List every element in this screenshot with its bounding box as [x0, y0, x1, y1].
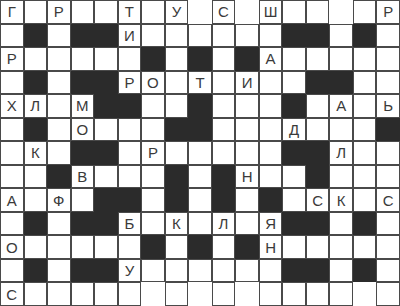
- cell-letter[interactable]: М: [71, 94, 95, 118]
- cell-empty[interactable]: [282, 165, 306, 189]
- cell-letter[interactable]: С: [306, 188, 330, 212]
- cell-letter[interactable]: Н: [259, 235, 283, 259]
- cell-empty[interactable]: [235, 141, 259, 165]
- cell-empty[interactable]: [212, 71, 236, 95]
- cell-empty[interactable]: [329, 282, 353, 306]
- cell-empty[interactable]: [212, 259, 236, 283]
- cell-empty[interactable]: [24, 0, 48, 24]
- cell-letter[interactable]: У: [118, 259, 142, 283]
- cell-black: [282, 24, 306, 48]
- cell-empty[interactable]: [24, 165, 48, 189]
- cell-letter[interactable]: Р: [141, 141, 165, 165]
- cell-empty[interactable]: [47, 141, 71, 165]
- cell-empty[interactable]: [24, 47, 48, 71]
- cell-empty[interactable]: [188, 24, 212, 48]
- cell-black: [94, 141, 118, 165]
- cell-empty[interactable]: [306, 118, 330, 142]
- cell-black: [71, 71, 95, 95]
- cell-empty[interactable]: [47, 235, 71, 259]
- cell-empty[interactable]: [376, 212, 400, 236]
- cell-empty[interactable]: [118, 141, 142, 165]
- cell-outside: [329, 0, 353, 24]
- cell-empty[interactable]: [0, 71, 24, 95]
- cell-empty[interactable]: [0, 259, 24, 283]
- cell-outside: [141, 282, 165, 306]
- cell-empty[interactable]: [282, 47, 306, 71]
- cell-empty[interactable]: [165, 24, 189, 48]
- cell-black: [141, 235, 165, 259]
- cell-letter[interactable]: С: [376, 188, 400, 212]
- cell-empty[interactable]: [165, 94, 189, 118]
- cell-empty[interactable]: [141, 94, 165, 118]
- cell-black: [94, 94, 118, 118]
- cell-outside: [188, 0, 212, 24]
- cell-empty[interactable]: [188, 259, 212, 283]
- cell-letter[interactable]: К: [329, 188, 353, 212]
- cell-black: [306, 259, 330, 283]
- cell-empty[interactable]: [376, 71, 400, 95]
- cell-empty[interactable]: [94, 282, 118, 306]
- cell-empty[interactable]: [0, 24, 24, 48]
- cell-empty[interactable]: [376, 165, 400, 189]
- cell-empty[interactable]: [235, 24, 259, 48]
- cell-empty[interactable]: [259, 71, 283, 95]
- cell-empty[interactable]: [329, 118, 353, 142]
- cell-empty[interactable]: [165, 71, 189, 95]
- cell-empty[interactable]: [118, 165, 142, 189]
- cell-outside: [235, 282, 259, 306]
- cell-black: [24, 118, 48, 142]
- cell-letter[interactable]: Ь: [376, 94, 400, 118]
- cell-empty[interactable]: [282, 71, 306, 95]
- cell-letter[interactable]: А: [329, 94, 353, 118]
- cell-letter[interactable]: Л: [212, 212, 236, 236]
- cell-empty[interactable]: [212, 47, 236, 71]
- cell-empty[interactable]: [165, 235, 189, 259]
- cell-empty[interactable]: [353, 71, 377, 95]
- cell-empty[interactable]: [235, 118, 259, 142]
- cell-empty[interactable]: [282, 235, 306, 259]
- cell-empty[interactable]: [0, 118, 24, 142]
- cell-empty[interactable]: [259, 165, 283, 189]
- cell-empty[interactable]: [0, 165, 24, 189]
- cell-letter[interactable]: К: [165, 212, 189, 236]
- cell-black: [71, 24, 95, 48]
- cell-empty[interactable]: [94, 118, 118, 142]
- cell-letter[interactable]: Р: [376, 0, 400, 24]
- cell-empty[interactable]: [212, 118, 236, 142]
- cell-black: [188, 118, 212, 142]
- cell-empty[interactable]: [306, 47, 330, 71]
- cell-black: [306, 212, 330, 236]
- cell-letter[interactable]: С: [212, 0, 236, 24]
- cell-black: [282, 94, 306, 118]
- cell-empty[interactable]: [165, 141, 189, 165]
- cell-empty[interactable]: [306, 94, 330, 118]
- cell-empty[interactable]: [259, 141, 283, 165]
- cell-empty[interactable]: [71, 235, 95, 259]
- cell-empty[interactable]: [376, 259, 400, 283]
- cell-empty[interactable]: [118, 282, 142, 306]
- cell-letter[interactable]: У: [165, 0, 189, 24]
- cell-empty[interactable]: [47, 71, 71, 95]
- cell-empty[interactable]: [47, 94, 71, 118]
- cell-letter[interactable]: И: [235, 71, 259, 95]
- cell-empty[interactable]: [94, 0, 118, 24]
- cell-empty[interactable]: [329, 259, 353, 283]
- cell-letter[interactable]: Л: [329, 141, 353, 165]
- cell-empty[interactable]: [118, 235, 142, 259]
- cell-empty[interactable]: [282, 0, 306, 24]
- cell-empty[interactable]: [118, 118, 142, 142]
- cell-empty[interactable]: [165, 259, 189, 283]
- cell-empty[interactable]: [47, 259, 71, 283]
- cell-outside: [353, 282, 377, 306]
- cell-empty[interactable]: [47, 24, 71, 48]
- cell-empty[interactable]: [94, 47, 118, 71]
- cell-letter[interactable]: О: [71, 118, 95, 142]
- cell-black: [165, 118, 189, 142]
- cell-empty[interactable]: [212, 24, 236, 48]
- cell-empty[interactable]: [376, 141, 400, 165]
- cell-black: [259, 188, 283, 212]
- cell-empty[interactable]: [71, 282, 95, 306]
- cell-letter[interactable]: К: [24, 141, 48, 165]
- cell-black: [24, 24, 48, 48]
- cell-empty[interactable]: [259, 282, 283, 306]
- cell-empty[interactable]: [71, 188, 95, 212]
- cell-letter[interactable]: Ш: [259, 0, 283, 24]
- cell-letter[interactable]: С: [0, 282, 24, 306]
- cell-empty[interactable]: [353, 235, 377, 259]
- cell-empty[interactable]: [353, 94, 377, 118]
- cell-black: [71, 212, 95, 236]
- cell-empty[interactable]: [71, 47, 95, 71]
- cell-empty[interactable]: [47, 118, 71, 142]
- cell-black: [94, 188, 118, 212]
- cell-black: [47, 165, 71, 189]
- cell-letter[interactable]: Д: [282, 118, 306, 142]
- cell-black: [94, 259, 118, 283]
- cell-black: [118, 188, 142, 212]
- cell-black: [329, 71, 353, 95]
- cell-empty[interactable]: [376, 235, 400, 259]
- cell-empty[interactable]: [353, 165, 377, 189]
- cell-empty[interactable]: [212, 235, 236, 259]
- cell-empty[interactable]: [329, 212, 353, 236]
- cell-black: [24, 212, 48, 236]
- cell-empty[interactable]: [376, 282, 400, 306]
- cell-black: [353, 212, 377, 236]
- cell-empty[interactable]: [329, 47, 353, 71]
- cell-black: [235, 47, 259, 71]
- cell-black: [118, 94, 142, 118]
- cell-empty[interactable]: [188, 188, 212, 212]
- cell-empty[interactable]: [376, 47, 400, 71]
- cell-empty[interactable]: [306, 235, 330, 259]
- cell-black: [282, 212, 306, 236]
- cell-empty[interactable]: [118, 47, 142, 71]
- cell-empty[interactable]: [94, 235, 118, 259]
- cell-empty[interactable]: [188, 165, 212, 189]
- cell-letter[interactable]: В: [71, 165, 95, 189]
- cell-black: [94, 71, 118, 95]
- cell-empty[interactable]: [235, 188, 259, 212]
- cell-empty[interactable]: [259, 94, 283, 118]
- crossword-board: ГРТУСШРИРАРОТИХЛМАЬОДКРЛВНАФСКСБКЛЯОНУС: [0, 0, 400, 306]
- cell-black: [353, 259, 377, 283]
- cell-black: [376, 118, 400, 142]
- cell-letter[interactable]: О: [0, 235, 24, 259]
- cell-empty[interactable]: [188, 141, 212, 165]
- cell-empty[interactable]: [141, 259, 165, 283]
- cell-empty[interactable]: [282, 188, 306, 212]
- cell-letter[interactable]: О: [141, 71, 165, 95]
- cell-black: [212, 165, 236, 189]
- cell-black: [188, 235, 212, 259]
- cell-letter[interactable]: Т: [188, 71, 212, 95]
- cell-empty[interactable]: [165, 47, 189, 71]
- cell-empty[interactable]: [188, 212, 212, 236]
- cell-empty[interactable]: [329, 165, 353, 189]
- cell-letter[interactable]: Л: [24, 94, 48, 118]
- cell-black: [212, 188, 236, 212]
- cell-letter[interactable]: Р: [118, 71, 142, 95]
- cell-empty[interactable]: [259, 118, 283, 142]
- cell-black: [188, 47, 212, 71]
- cell-empty[interactable]: [306, 0, 330, 24]
- cell-letter[interactable]: Б: [118, 212, 142, 236]
- cell-empty[interactable]: [141, 165, 165, 189]
- cell-empty[interactable]: [0, 141, 24, 165]
- cell-empty[interactable]: [94, 165, 118, 189]
- cell-empty[interactable]: [235, 259, 259, 283]
- cell-black: [306, 165, 330, 189]
- cell-letter[interactable]: Я: [259, 212, 283, 236]
- cell-outside: [188, 282, 212, 306]
- cell-empty[interactable]: [235, 212, 259, 236]
- cell-empty[interactable]: [141, 118, 165, 142]
- cell-empty[interactable]: [47, 47, 71, 71]
- cell-empty[interactable]: [353, 188, 377, 212]
- cell-black: [141, 47, 165, 71]
- cell-black: [188, 94, 212, 118]
- cell-empty[interactable]: [47, 212, 71, 236]
- cell-black: [94, 212, 118, 236]
- cell-empty[interactable]: [24, 235, 48, 259]
- cell-empty[interactable]: [141, 188, 165, 212]
- cell-empty[interactable]: [212, 282, 236, 306]
- cell-empty[interactable]: [212, 141, 236, 165]
- cell-black: [165, 188, 189, 212]
- cell-letter[interactable]: Р: [0, 47, 24, 71]
- cell-letter[interactable]: Г: [0, 0, 24, 24]
- cell-black: [71, 259, 95, 283]
- cell-empty[interactable]: [165, 282, 189, 306]
- cell-black: [235, 235, 259, 259]
- cell-letter[interactable]: Х: [0, 94, 24, 118]
- cell-empty[interactable]: [47, 282, 71, 306]
- cell-empty[interactable]: [259, 259, 283, 283]
- cell-letter[interactable]: И: [118, 24, 142, 48]
- cell-black: [306, 71, 330, 95]
- cell-empty[interactable]: [329, 24, 353, 48]
- cell-empty[interactable]: [376, 24, 400, 48]
- cell-empty[interactable]: [71, 0, 95, 24]
- cell-black: [282, 259, 306, 283]
- cell-empty[interactable]: [306, 282, 330, 306]
- cell-black: [353, 24, 377, 48]
- cell-letter[interactable]: Ф: [47, 188, 71, 212]
- cell-letter[interactable]: Т: [118, 0, 142, 24]
- cell-empty[interactable]: [141, 24, 165, 48]
- cell-black: [306, 24, 330, 48]
- cell-empty[interactable]: [24, 282, 48, 306]
- cell-empty[interactable]: [329, 235, 353, 259]
- cell-empty[interactable]: [353, 47, 377, 71]
- cell-empty[interactable]: [141, 212, 165, 236]
- cell-letter[interactable]: Р: [47, 0, 71, 24]
- cell-black: [282, 141, 306, 165]
- cell-empty[interactable]: [353, 141, 377, 165]
- cell-black: [306, 141, 330, 165]
- cell-empty[interactable]: [259, 24, 283, 48]
- cell-black: [94, 24, 118, 48]
- cell-empty[interactable]: [353, 0, 377, 24]
- cell-black: [71, 141, 95, 165]
- cell-letter[interactable]: Н: [235, 165, 259, 189]
- cell-empty[interactable]: [212, 94, 236, 118]
- cell-black: [165, 165, 189, 189]
- cell-letter[interactable]: А: [0, 188, 24, 212]
- cell-empty[interactable]: [141, 0, 165, 24]
- cell-outside: [235, 0, 259, 24]
- cell-letter[interactable]: А: [259, 47, 283, 71]
- cell-empty[interactable]: [0, 212, 24, 236]
- cell-empty[interactable]: [235, 94, 259, 118]
- cell-empty[interactable]: [24, 188, 48, 212]
- cell-empty[interactable]: [282, 282, 306, 306]
- cell-black: [24, 259, 48, 283]
- cell-empty[interactable]: [353, 118, 377, 142]
- cell-black: [24, 71, 48, 95]
